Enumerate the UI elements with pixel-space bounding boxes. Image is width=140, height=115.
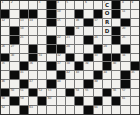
cell-r11c5[interactable]: 60 [47,97,55,105]
cell-r5c6-block [57,45,65,53]
cell-r1c0-block [1,10,9,18]
cell-r1c11[interactable]: O [103,10,111,18]
cell-r11c4-block [38,97,46,105]
cell-r0c0[interactable]: 1 [1,1,9,9]
cell-r11c0[interactable]: 58 [1,97,9,105]
cell-r10c4[interactable]: 52 [38,89,46,97]
clue-number: 48 [57,80,60,83]
cell-r9c11[interactable] [103,80,111,88]
cell-r12c0[interactable]: 62 [1,106,9,114]
clue-number: 13 [20,19,23,22]
cell-r2c0[interactable]: 12 [1,19,9,27]
cell-r0c2[interactable] [20,1,28,9]
cell-r2c2[interactable]: 13 [20,19,28,27]
cell-r0c11[interactable]: 7C [103,1,111,9]
cell-r7c0[interactable]: 35 [1,62,9,70]
cell-r4c7[interactable]: 23 [66,36,74,44]
clue-number: 55 [85,89,88,92]
cell-r8c2[interactable]: 41 [20,71,28,79]
clue-number: 30 [11,54,14,57]
cell-r3c10[interactable] [94,27,102,35]
cell-r8c1-block [10,71,18,79]
cell-r5c7[interactable]: 28 [66,45,74,53]
clue-number: 14 [29,19,32,22]
crossword-grid: 1234567C8910O11121314151617R1819D2021222… [0,0,140,115]
clue-number: 20 [122,27,125,30]
cell-r3c13[interactable]: 20 [121,27,129,35]
clue-number: 45 [131,71,134,74]
clue-number: 50 [11,89,14,92]
cell-r4c2[interactable]: 21 [20,36,28,44]
cell-r5c4[interactable] [38,45,46,53]
cell-r9c0[interactable]: 46 [1,80,9,88]
cell-r12c3[interactable]: 63 [29,106,37,114]
cell-r3c4[interactable] [38,27,46,35]
cell-r0c4[interactable]: 3 [38,1,46,9]
cell-r7c1[interactable] [10,62,18,70]
clue-number: 18 [20,27,23,30]
cell-r1c1[interactable] [10,10,18,18]
cell-r6c13[interactable]: 34 [121,54,129,62]
clue-number: 34 [122,54,125,57]
clue-number: 32 [57,54,60,57]
cell-r5c5-block [47,45,55,53]
cell-r6c14[interactable] [131,54,139,62]
cell-r10c6[interactable] [57,89,65,97]
cell-r6c4[interactable]: 31 [38,54,46,62]
cell-r3c2[interactable]: 18 [20,27,28,35]
clue-number: 42 [66,71,69,74]
cell-r12c11[interactable] [103,106,111,114]
clue-number: 56 [113,89,116,92]
clue-number: 35 [2,62,5,65]
clue-number: 63 [29,106,32,109]
cell-r10c7-block [66,89,74,97]
cell-r1c6[interactable]: 10 [57,10,65,18]
clue-number: 36 [29,62,32,65]
cell-r4c14[interactable] [131,36,139,44]
cell-r0c5-block [47,1,55,9]
clue-number: 12 [2,19,5,22]
clue-number: 49 [94,80,97,83]
clue-number: 26 [2,45,5,48]
clue-number: 3 [39,1,41,4]
cell-r0c3[interactable] [29,1,37,9]
cell-r10c0-block [1,89,9,97]
cell-r11c8-block [75,97,83,105]
cell-r7c9[interactable]: 39 [84,62,92,70]
clue-number: 24 [94,36,97,39]
clue-number: 10 [57,10,60,13]
cell-r6c7-block [66,54,74,62]
cell-r5c8[interactable] [75,45,83,53]
cell-r12c5[interactable] [47,106,55,114]
cell-r3c1-block [10,27,18,35]
cell-r6c5[interactable] [47,54,55,62]
cell-r10c2[interactable]: 51 [20,89,28,97]
cell-r1c9[interactable] [84,10,92,18]
cell-r9c9-block [84,80,92,88]
cell-r10c3-block [29,89,37,97]
cell-r8c11[interactable]: 44 [103,71,111,79]
cell-r8c0[interactable] [1,71,9,79]
clue-number: 4 [57,1,59,4]
cell-r2c6[interactable]: 15 [57,19,65,27]
cell-r12c4[interactable] [38,106,46,114]
cell-r10c8[interactable]: 54 [75,89,83,97]
cell-r11c1-block [10,97,18,105]
cell-r7c14-block [131,62,139,70]
cell-r12c6[interactable] [57,106,65,114]
cell-r2c10[interactable]: 17 [94,19,102,27]
clue-number: 54 [76,89,79,92]
cell-r1c14[interactable] [131,10,139,18]
cell-r2c8[interactable]: 16 [75,19,83,27]
clue-number: 17 [94,19,97,22]
cell-r2c14[interactable] [131,19,139,27]
cell-r3c6[interactable] [57,27,65,35]
cell-r4c12-block [112,36,120,44]
cell-r7c4[interactable] [38,62,46,70]
clue-number: 37 [57,62,60,65]
cell-r4c10[interactable]: 24 [94,36,102,44]
cell-r8c7[interactable]: 42 [66,71,74,79]
cell-r10c11-block [103,89,111,97]
cell-r12c7[interactable] [66,106,74,114]
cell-r10c14[interactable] [131,89,139,97]
cell-r7c8-block [75,62,83,70]
cell-r5c12[interactable] [112,45,120,53]
cell-r11c2[interactable]: 59 [20,97,28,105]
cell-r6c9-block [84,54,92,62]
clue-number: 57 [122,89,125,92]
cell-r11c13[interactable]: 61 [121,97,129,105]
cell-r1c8-block [75,10,83,18]
cell-r9c6[interactable]: 48 [57,80,65,88]
cell-r6c12-block [112,54,120,62]
clue-number: 8 [122,1,124,4]
cell-r11c12-block [112,97,120,105]
cell-r6c10[interactable]: 33 [94,54,102,62]
clue-number: 39 [85,62,88,65]
clue-number: 47 [29,80,32,83]
cell-r9c8[interactable] [75,80,83,88]
cell-r8c3[interactable] [29,71,37,79]
cell-r2c4[interactable] [38,19,46,27]
cell-r5c13-block [121,45,129,53]
cell-r12c2-block [20,106,28,114]
cell-r0c7[interactable]: 5 [66,1,74,9]
filled-letter: O [103,10,111,18]
clue-number: 38 [66,62,69,65]
filled-letter: C [103,1,111,9]
cell-r6c1[interactable]: 30 [10,54,18,62]
cell-r12c8[interactable] [75,106,83,114]
clue-number: 27 [11,45,14,48]
clue-number: 6 [85,1,87,4]
cell-r7c5-block [47,62,55,70]
cell-r11c9[interactable] [84,97,92,105]
cell-r5c3-block [29,45,37,53]
cell-r9c7[interactable] [66,80,74,88]
cell-r3c12-block [112,27,120,35]
cell-r7c7[interactable]: 38 [66,62,74,70]
cell-r6c0-block [1,54,9,62]
cell-r11c3[interactable] [29,97,37,105]
cell-r9c10[interactable]: 49 [94,80,102,88]
cell-r11c10-block [94,97,102,105]
cell-r5c9[interactable] [84,45,92,53]
cell-r3c0[interactable] [1,27,9,35]
cell-r4c13[interactable]: 25 [121,36,129,44]
cell-r1c7[interactable] [66,10,74,18]
cell-r3c5[interactable] [47,27,55,35]
cell-r4c5-block [47,36,55,44]
cell-r6c11-block [103,54,111,62]
clue-number: 52 [39,89,42,92]
clue-number: 28 [66,45,69,48]
cell-r12c14[interactable] [131,106,139,114]
clue-number: 22 [57,36,60,39]
cell-r7c3[interactable]: 36 [29,62,37,70]
cell-r0c13[interactable]: 8 [121,1,129,9]
clue-number: 62 [2,106,5,109]
cell-r6c3-block [29,54,37,62]
cell-r10c10[interactable] [94,89,102,97]
cell-r1c10-block [94,10,102,18]
cell-r8c6-block [57,71,65,79]
cell-r7c12[interactable]: 40 [112,62,120,70]
clue-number: 60 [48,97,51,100]
clue-number: 1 [2,1,4,4]
cell-r2c3[interactable]: 14 [29,19,37,27]
cell-r6c6[interactable]: 32 [57,54,65,62]
filled-letter: D [103,27,111,35]
cell-r12c10[interactable]: 64 [94,106,102,114]
cell-r0c8[interactable] [75,1,83,9]
cell-r4c9-block [84,36,92,44]
cell-r10c1[interactable]: 50 [10,89,18,97]
clue-number: 44 [103,71,106,74]
cell-r5c10-block [94,45,102,53]
cell-r2c9-block [84,19,92,27]
clue-number: 41 [20,71,23,74]
clue-number: 2 [11,1,13,4]
cell-r3c7-block [66,27,74,35]
cell-r3c8[interactable]: 19 [75,27,83,35]
cell-r8c14[interactable]: 45 [131,71,139,79]
cell-r4c11[interactable] [103,36,111,44]
cell-r9c2-block [20,80,28,88]
filled-letter: R [103,19,111,27]
clue-number: 43 [76,71,79,74]
cell-r7c11-block [103,62,111,70]
cell-r4c1-block [10,36,18,44]
cell-r4c6[interactable]: 22 [57,36,65,44]
clue-number: 11 [122,10,125,13]
cell-r1c12-block [112,10,120,18]
cell-r4c0[interactable] [1,36,9,44]
cell-r1c5-block [47,10,55,18]
cell-r8c9[interactable] [84,71,92,79]
cell-r2c5-block [47,19,55,27]
cell-r5c0[interactable]: 26 [1,45,9,53]
cell-r10c5[interactable]: 53 [47,89,55,97]
cell-r0c6[interactable]: 4 [57,1,65,9]
clue-number: 61 [122,97,125,100]
cell-r2c12[interactable] [112,19,120,27]
cell-r2c11[interactable]: R [103,19,111,27]
cell-r3c11[interactable]: D [103,27,111,35]
cell-r7c13[interactable] [121,62,129,70]
clue-number: 58 [2,97,5,100]
clue-number: 23 [66,36,69,39]
cell-r5c14[interactable] [131,45,139,53]
clue-number: 5 [66,1,68,4]
cell-r0c10[interactable] [94,1,102,9]
cell-r9c4[interactable] [38,80,46,88]
cell-r7c2-block [20,62,28,70]
cell-r6c8[interactable] [75,54,83,62]
cell-r8c8[interactable]: 43 [75,71,83,79]
cell-r5c11[interactable]: 29 [103,45,111,53]
cell-r8c10-block [94,71,102,79]
cell-r4c8[interactable] [75,36,83,44]
cell-r9c5-block [47,80,55,88]
cell-r1c4[interactable] [38,10,46,18]
clue-number: 53 [48,89,51,92]
cell-r10c13[interactable]: 57 [121,89,129,97]
cell-r8c5[interactable] [47,71,55,79]
cell-r9c1[interactable] [10,80,18,88]
cell-r12c13[interactable] [121,106,129,114]
cell-r1c3-block [29,10,37,18]
clue-number: 46 [2,80,5,83]
clue-number: 31 [39,54,42,57]
cell-r0c12-block [112,1,120,9]
clue-number: 15 [57,19,60,22]
cell-r11c14[interactable] [131,97,139,105]
clue-number: 59 [20,97,23,100]
cell-r9c13-block [121,80,129,88]
clue-number: 16 [76,19,79,22]
cell-r9c3[interactable]: 47 [29,80,37,88]
cell-r9c12[interactable] [112,80,120,88]
cell-r12c9-block [84,106,92,114]
cell-r3c14[interactable] [131,27,139,35]
cell-r10c9[interactable]: 55 [84,89,92,97]
cell-r6c2[interactable] [20,54,28,62]
cell-r4c4[interactable] [38,36,46,44]
clue-number: 33 [94,54,97,57]
clue-number: 51 [20,89,23,92]
cell-r12c1[interactable] [10,106,18,114]
cell-r3c9[interactable] [84,27,92,35]
cell-r8c4[interactable] [38,71,46,79]
cell-r2c13-block [121,19,129,27]
cell-r2c1[interactable] [10,19,18,27]
cell-r0c9[interactable]: 6 [84,1,92,9]
cell-r8c13-block [121,71,129,79]
clue-number: 64 [94,106,97,109]
cell-r12c12[interactable] [112,106,120,114]
clue-number: 9 [131,1,133,4]
clue-number: 19 [76,27,79,30]
cell-r10c12[interactable]: 56 [112,89,120,97]
cell-r11c6[interactable] [57,97,65,105]
cell-r9c14[interactable] [131,80,139,88]
cell-r11c11[interactable] [103,97,111,105]
cell-r1c2-block [20,10,28,18]
cell-r7c6[interactable]: 37 [57,62,65,70]
cell-r5c1[interactable]: 27 [10,45,18,53]
cell-r3c3[interactable] [29,27,37,35]
cell-r4c3[interactable] [29,36,37,44]
clue-number: 29 [103,45,106,48]
cell-r0c1[interactable]: 2 [10,1,18,9]
cell-r11c7[interactable] [66,97,74,105]
clue-number: 25 [122,36,125,39]
cell-r5c2[interactable] [20,45,28,53]
cell-r1c13[interactable]: 11 [121,10,129,18]
cell-r2c7[interactable] [66,19,74,27]
clue-number: 40 [113,62,116,65]
cell-r7c10[interactable] [94,62,102,70]
clue-number: 21 [20,36,23,39]
cell-r0c14[interactable]: 9 [131,1,139,9]
cell-r8c12[interactable] [112,71,120,79]
